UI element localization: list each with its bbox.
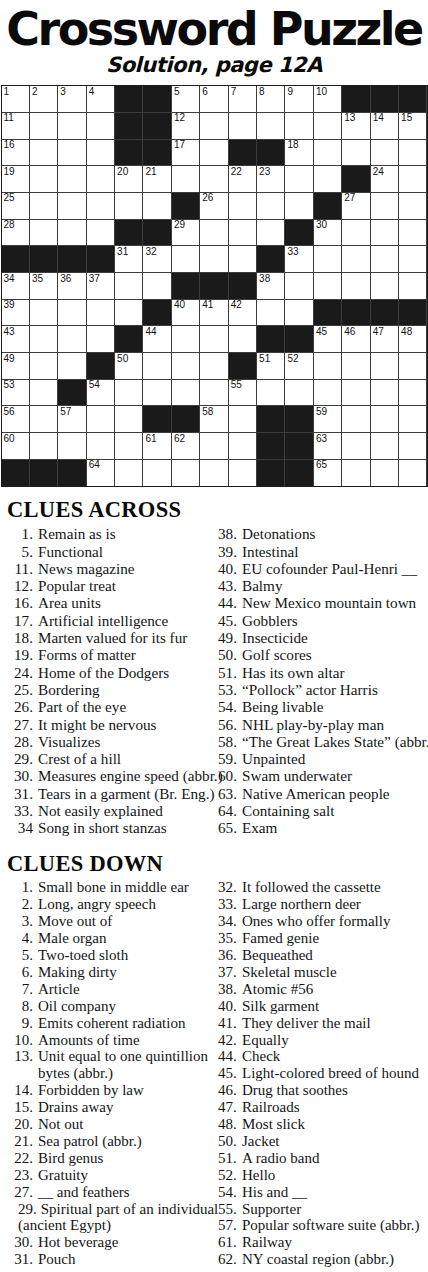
grid-cell[interactable]: 13 bbox=[342, 113, 369, 139]
clue-text: Spiritual part of an individual (ancient… bbox=[18, 1201, 218, 1234]
grid-cell[interactable] bbox=[314, 353, 341, 379]
block-cell bbox=[229, 140, 256, 166]
cell-number: 50 bbox=[117, 354, 128, 365]
cell-number: 59 bbox=[316, 407, 327, 418]
page-subtitle: Solution, page 12A bbox=[0, 55, 428, 76]
grid-cell[interactable] bbox=[30, 380, 57, 406]
grid-cell[interactable]: 40 bbox=[172, 300, 199, 326]
grid-cell[interactable] bbox=[200, 220, 227, 246]
clue-item: 43.Balmy bbox=[218, 577, 428, 594]
cell-number: 41 bbox=[202, 300, 213, 311]
block-cell bbox=[143, 406, 170, 432]
grid-cell[interactable] bbox=[285, 193, 312, 219]
grid-cell[interactable] bbox=[371, 246, 398, 272]
grid-cell[interactable] bbox=[200, 166, 227, 192]
clue-item: 42.Equally bbox=[218, 1032, 428, 1049]
block-cell bbox=[342, 86, 369, 112]
grid-cell[interactable] bbox=[58, 220, 85, 246]
grid-cell[interactable] bbox=[314, 380, 341, 406]
clue-number: 25. bbox=[7, 681, 33, 698]
grid-cell[interactable] bbox=[399, 193, 426, 219]
grid-cell[interactable] bbox=[87, 433, 114, 459]
clue-item: 44.New Mexico mountain town bbox=[218, 594, 428, 611]
grid-cell[interactable]: 27 bbox=[342, 193, 369, 219]
grid-cell[interactable] bbox=[342, 273, 369, 299]
grid-cell[interactable]: 5 bbox=[172, 86, 199, 112]
grid-cell[interactable] bbox=[200, 433, 227, 459]
grid-cell[interactable] bbox=[143, 380, 170, 406]
grid-cell[interactable] bbox=[371, 433, 398, 459]
clue-number: 64. bbox=[218, 802, 237, 819]
cell-number: 49 bbox=[4, 354, 15, 365]
grid-cell[interactable]: 23 bbox=[257, 166, 284, 192]
grid-cell[interactable] bbox=[30, 166, 57, 192]
grid-cell[interactable] bbox=[399, 246, 426, 272]
grid-cell[interactable]: 44 bbox=[143, 326, 170, 352]
clue-item: 51.Has its own altar bbox=[218, 664, 428, 681]
clue-number: 7. bbox=[7, 981, 33, 998]
grid-cell[interactable]: 41 bbox=[200, 300, 227, 326]
grid-cell[interactable] bbox=[200, 246, 227, 272]
clue-text: Home of the Dodgers bbox=[38, 664, 169, 681]
clue-item: 63.Native American people bbox=[218, 785, 428, 802]
grid-cell[interactable] bbox=[342, 406, 369, 432]
clue-text: News magazine bbox=[38, 560, 135, 577]
clue-number: 50. bbox=[218, 646, 237, 663]
cell-number: 32 bbox=[145, 247, 156, 258]
grid-cell[interactable] bbox=[115, 406, 142, 432]
clue-text: Equally bbox=[242, 1032, 289, 1049]
grid-cell[interactable]: 29 bbox=[172, 220, 199, 246]
grid-cell[interactable] bbox=[399, 380, 426, 406]
grid-cell[interactable]: 16 bbox=[2, 140, 29, 166]
clue-item: 33.Not easily explained bbox=[7, 802, 218, 819]
clue-text: Not out bbox=[38, 1116, 83, 1133]
grid-cell[interactable] bbox=[115, 433, 142, 459]
cell-number: 56 bbox=[4, 407, 15, 418]
grid-cell[interactable] bbox=[342, 246, 369, 272]
grid-cell[interactable] bbox=[30, 300, 57, 326]
clue-text: NHL play-by-play man bbox=[242, 716, 384, 733]
grid-cell[interactable] bbox=[399, 353, 426, 379]
grid-cell[interactable] bbox=[115, 273, 142, 299]
grid-cell[interactable] bbox=[371, 380, 398, 406]
grid-cell[interactable] bbox=[87, 300, 114, 326]
grid-cell[interactable]: 14 bbox=[371, 113, 398, 139]
grid-cell[interactable]: 3 bbox=[58, 86, 85, 112]
clue-number: 50. bbox=[218, 1133, 237, 1150]
grid-cell[interactable] bbox=[399, 140, 426, 166]
cell-number: 9 bbox=[287, 87, 293, 98]
clue-number: 60. bbox=[218, 767, 237, 784]
grid-cell[interactable] bbox=[115, 300, 142, 326]
grid-cell[interactable] bbox=[58, 433, 85, 459]
clue-text: Ones who offer formally bbox=[242, 913, 390, 930]
grid-cell[interactable]: 36 bbox=[58, 273, 85, 299]
clue-item: 26.Part of the eye bbox=[7, 698, 218, 715]
clue-number: 53. bbox=[218, 681, 237, 698]
grid-cell[interactable]: 10 bbox=[314, 86, 341, 112]
grid-cell[interactable] bbox=[314, 166, 341, 192]
grid-cell[interactable]: 11 bbox=[2, 113, 29, 139]
clue-number: 31. bbox=[7, 785, 33, 802]
block-cell bbox=[314, 193, 341, 219]
clue-item: 15.Drains away bbox=[7, 1099, 218, 1116]
grid-cell[interactable] bbox=[314, 246, 341, 272]
clue-item: 12.Popular treat bbox=[7, 577, 218, 594]
grid-cell[interactable] bbox=[143, 193, 170, 219]
clue-number: 45. bbox=[218, 1065, 237, 1082]
clue-item: 49.Insecticide bbox=[218, 629, 428, 646]
grid-cell[interactable] bbox=[399, 273, 426, 299]
cell-number: 48 bbox=[401, 327, 412, 338]
clue-number: 18. bbox=[7, 629, 33, 646]
grid-cell[interactable] bbox=[285, 273, 312, 299]
cell-number: 6 bbox=[202, 87, 208, 98]
clue-item: 18.Marten valued for its fur bbox=[7, 629, 218, 646]
grid-cell[interactable]: 59 bbox=[314, 406, 341, 432]
grid-cell[interactable] bbox=[200, 326, 227, 352]
grid-cell[interactable]: 12 bbox=[172, 113, 199, 139]
cell-number: 40 bbox=[174, 300, 185, 311]
grid-cell[interactable]: 7 bbox=[229, 86, 256, 112]
clue-text: Insecticide bbox=[242, 629, 308, 646]
clue-text: Area units bbox=[38, 594, 101, 611]
grid-cell[interactable] bbox=[87, 113, 114, 139]
clue-text: Railroads bbox=[242, 1099, 300, 1116]
grid-cell[interactable] bbox=[30, 193, 57, 219]
grid-cell[interactable]: 19 bbox=[2, 166, 29, 192]
cell-number: 39 bbox=[4, 300, 15, 311]
grid-cell[interactable]: 52 bbox=[285, 353, 312, 379]
grid-cell[interactable]: 20 bbox=[115, 166, 142, 192]
grid-cell[interactable]: 42 bbox=[229, 300, 256, 326]
grid-cell[interactable] bbox=[58, 193, 85, 219]
clue-text: Artificial intelligence bbox=[38, 612, 168, 629]
grid-cell[interactable] bbox=[87, 166, 114, 192]
cell-number: 3 bbox=[60, 87, 66, 98]
clue-item: 30.Hot beverage bbox=[7, 1234, 218, 1251]
grid-cell[interactable] bbox=[342, 380, 369, 406]
grid-cell[interactable] bbox=[229, 246, 256, 272]
clue-item: 40.Silk garment bbox=[218, 998, 428, 1015]
grid-cell[interactable] bbox=[371, 140, 398, 166]
clue-text: “Pollock” actor Harris bbox=[242, 681, 378, 698]
block-cell bbox=[143, 220, 170, 246]
grid-cell[interactable] bbox=[143, 460, 170, 486]
grid-cell[interactable] bbox=[285, 300, 312, 326]
grid-cell[interactable] bbox=[172, 246, 199, 272]
clue-text: “The Great Lakes State” (abbr.) bbox=[242, 733, 428, 750]
grid-cell[interactable]: 43 bbox=[2, 326, 29, 352]
grid-cell[interactable] bbox=[314, 273, 341, 299]
grid-cell[interactable] bbox=[399, 433, 426, 459]
grid-cell[interactable] bbox=[229, 220, 256, 246]
grid-cell[interactable] bbox=[87, 326, 114, 352]
grid-cell[interactable] bbox=[342, 433, 369, 459]
cell-number: 18 bbox=[287, 140, 298, 151]
grid-cell[interactable]: 65 bbox=[314, 460, 341, 486]
grid-cell[interactable]: 9 bbox=[285, 86, 312, 112]
grid-cell[interactable] bbox=[257, 193, 284, 219]
grid-cell[interactable]: 4 bbox=[87, 86, 114, 112]
grid-cell[interactable]: 18 bbox=[285, 140, 312, 166]
cell-number: 61 bbox=[145, 434, 156, 445]
clue-number: 5. bbox=[7, 947, 33, 964]
clue-item: 62.NY coastal region (abbr.) bbox=[218, 1251, 428, 1268]
clue-number: 52. bbox=[218, 1167, 237, 1184]
grid-cell[interactable]: 17 bbox=[172, 140, 199, 166]
clue-number: 58. bbox=[218, 733, 237, 750]
clue-item: 47.Railroads bbox=[218, 1099, 428, 1116]
clue-text: Gobblers bbox=[242, 612, 298, 629]
cell-number: 1 bbox=[4, 87, 10, 98]
grid-cell[interactable] bbox=[58, 166, 85, 192]
grid-cell[interactable]: 61 bbox=[143, 433, 170, 459]
cell-number: 22 bbox=[231, 167, 242, 178]
grid-cell[interactable] bbox=[30, 433, 57, 459]
grid-cell[interactable]: 47 bbox=[371, 326, 398, 352]
clue-text: Measures engine speed (abbr.) bbox=[38, 767, 223, 784]
grid-cell[interactable]: 25 bbox=[2, 193, 29, 219]
clue-item: 17.Artificial intelligence bbox=[7, 612, 218, 629]
grid-cell[interactable] bbox=[172, 380, 199, 406]
grid-cell[interactable] bbox=[229, 193, 256, 219]
grid-cell[interactable] bbox=[143, 273, 170, 299]
grid-cell[interactable]: 33 bbox=[285, 246, 312, 272]
clue-text: Light-colored breed of hound bbox=[242, 1065, 419, 1082]
cell-number: 17 bbox=[174, 140, 185, 151]
grid-cell[interactable]: 46 bbox=[342, 326, 369, 352]
grid-cell[interactable] bbox=[371, 406, 398, 432]
grid-cell[interactable] bbox=[58, 113, 85, 139]
clue-text: Part of the eye bbox=[38, 698, 126, 715]
grid-cell[interactable] bbox=[30, 353, 57, 379]
grid-cell[interactable]: 6 bbox=[200, 86, 227, 112]
clue-text: His and __ bbox=[242, 1184, 307, 1201]
grid-cell[interactable] bbox=[30, 113, 57, 139]
grid-cell[interactable]: 49 bbox=[2, 353, 29, 379]
clue-item: 14.Forbidden by law bbox=[7, 1082, 218, 1099]
block-cell bbox=[257, 140, 284, 166]
grid-cell[interactable]: 38 bbox=[257, 273, 284, 299]
clue-item: 34Song in short stanzas bbox=[7, 819, 218, 836]
grid-cell[interactable]: 55 bbox=[229, 380, 256, 406]
grid-cell[interactable]: 31 bbox=[115, 246, 142, 272]
grid-cell[interactable] bbox=[200, 113, 227, 139]
grid-cell[interactable]: 39 bbox=[2, 300, 29, 326]
grid-cell[interactable] bbox=[30, 220, 57, 246]
clue-text: Being livable bbox=[242, 698, 323, 715]
grid-cell[interactable] bbox=[115, 380, 142, 406]
clue-item: 7.Article bbox=[7, 981, 218, 998]
grid-cell[interactable] bbox=[200, 380, 227, 406]
grid-cell[interactable]: 35 bbox=[30, 273, 57, 299]
grid-cell[interactable] bbox=[314, 140, 341, 166]
block-cell bbox=[115, 113, 142, 139]
grid-cell[interactable]: 26 bbox=[200, 193, 227, 219]
grid-cell[interactable] bbox=[342, 460, 369, 486]
grid-cell[interactable]: 57 bbox=[58, 406, 85, 432]
grid-cell[interactable] bbox=[58, 140, 85, 166]
grid-cell[interactable] bbox=[172, 460, 199, 486]
grid-cell[interactable]: 51 bbox=[257, 353, 284, 379]
block-cell bbox=[371, 86, 398, 112]
clue-text: Oil company bbox=[38, 998, 116, 1015]
grid-cell[interactable] bbox=[285, 166, 312, 192]
cell-number: 65 bbox=[316, 460, 327, 471]
grid-cell[interactable]: 58 bbox=[200, 406, 227, 432]
clue-text: Drains away bbox=[38, 1099, 113, 1116]
crossword-page: { "game": "crossword", "position": "....… bbox=[0, 0, 428, 1272]
grid-cell[interactable] bbox=[229, 113, 256, 139]
grid-cell[interactable]: 15 bbox=[399, 113, 426, 139]
grid-cell[interactable] bbox=[30, 406, 57, 432]
grid-cell[interactable] bbox=[371, 460, 398, 486]
grid-cell[interactable] bbox=[399, 406, 426, 432]
grid-cell[interactable]: 32 bbox=[143, 246, 170, 272]
clue-text: Golf scores bbox=[242, 646, 312, 663]
clue-number: 49. bbox=[218, 629, 237, 646]
grid-cell[interactable] bbox=[229, 460, 256, 486]
grid-cell[interactable]: 34 bbox=[2, 273, 29, 299]
grid-cell[interactable]: 64 bbox=[87, 460, 114, 486]
grid-cell[interactable] bbox=[58, 326, 85, 352]
grid-cell[interactable]: 60 bbox=[2, 433, 29, 459]
grid-cell[interactable] bbox=[58, 300, 85, 326]
block-cell bbox=[257, 406, 284, 432]
grid-cell[interactable]: 50 bbox=[115, 353, 142, 379]
grid-cell[interactable] bbox=[342, 220, 369, 246]
grid-cell[interactable]: 1 bbox=[2, 86, 29, 112]
grid-cell[interactable] bbox=[87, 140, 114, 166]
clue-number: 42. bbox=[218, 1032, 237, 1049]
grid-cell[interactable] bbox=[87, 193, 114, 219]
grid-cell[interactable] bbox=[229, 433, 256, 459]
cell-number: 28 bbox=[4, 220, 15, 231]
grid-cell[interactable] bbox=[200, 460, 227, 486]
clue-item: 38.Detonations bbox=[218, 525, 428, 542]
grid-cell[interactable] bbox=[172, 326, 199, 352]
clue-number: 22. bbox=[7, 1150, 33, 1167]
grid-cell[interactable] bbox=[172, 166, 199, 192]
cell-number: 23 bbox=[259, 167, 270, 178]
clue-number: 27. bbox=[7, 1184, 33, 1201]
clue-text: It might be nervous bbox=[38, 716, 157, 733]
grid-cell[interactable] bbox=[371, 353, 398, 379]
grid-cell[interactable]: 22 bbox=[229, 166, 256, 192]
grid-cell[interactable] bbox=[399, 460, 426, 486]
clue-text: Song in short stanzas bbox=[38, 819, 167, 836]
cell-number: 16 bbox=[4, 140, 15, 151]
grid-cell[interactable] bbox=[143, 353, 170, 379]
grid-cell[interactable] bbox=[229, 326, 256, 352]
clue-number: 39. bbox=[218, 543, 237, 560]
clue-item: 48.Most slick bbox=[218, 1116, 428, 1133]
grid-cell[interactable] bbox=[371, 273, 398, 299]
clue-text: Atomic #56 bbox=[242, 981, 313, 998]
grid-cell[interactable] bbox=[285, 380, 312, 406]
grid-cell[interactable] bbox=[399, 166, 426, 192]
grid-cell[interactable] bbox=[172, 353, 199, 379]
grid-cell[interactable] bbox=[285, 113, 312, 139]
clue-item: 19.Forms of matter bbox=[7, 646, 218, 663]
block-cell bbox=[115, 220, 142, 246]
clue-item: 33.Large northern deer bbox=[218, 896, 428, 913]
clue-number: 14. bbox=[7, 1082, 33, 1099]
grid-cell[interactable]: 30 bbox=[314, 220, 341, 246]
clue-number: 33. bbox=[218, 896, 237, 913]
grid-cell[interactable]: 63 bbox=[314, 433, 341, 459]
block-cell bbox=[115, 86, 142, 112]
clue-item: 39.Intestinal bbox=[218, 543, 428, 560]
grid-cell[interactable] bbox=[342, 140, 369, 166]
grid-cell[interactable]: 37 bbox=[87, 273, 114, 299]
clue-text: Railway bbox=[242, 1234, 292, 1251]
clue-number: 63. bbox=[218, 785, 237, 802]
grid-cell[interactable] bbox=[371, 193, 398, 219]
grid-cell[interactable]: 48 bbox=[399, 326, 426, 352]
grid-cell[interactable] bbox=[115, 193, 142, 219]
grid-cell[interactable] bbox=[30, 140, 57, 166]
grid-cell[interactable] bbox=[342, 353, 369, 379]
clue-item: 55.Supporter bbox=[218, 1201, 428, 1218]
cell-number: 38 bbox=[259, 274, 270, 285]
clue-item: 60.Swam underwater bbox=[218, 767, 428, 784]
cell-number: 26 bbox=[202, 193, 213, 204]
clue-text: Tears in a garment (Br. Eng.) bbox=[38, 785, 215, 802]
grid-cell[interactable] bbox=[115, 460, 142, 486]
grid-cell[interactable]: 21 bbox=[143, 166, 170, 192]
grid-cell[interactable] bbox=[314, 113, 341, 139]
grid-cell[interactable] bbox=[257, 300, 284, 326]
grid-cell[interactable] bbox=[257, 113, 284, 139]
block-cell bbox=[285, 433, 312, 459]
clue-text: Jacket bbox=[242, 1133, 279, 1150]
grid-cell[interactable]: 2 bbox=[30, 86, 57, 112]
grid-cell[interactable] bbox=[87, 406, 114, 432]
clue-text: Popular treat bbox=[38, 577, 116, 594]
grid-cell[interactable]: 62 bbox=[172, 433, 199, 459]
grid-cell[interactable]: 24 bbox=[371, 166, 398, 192]
grid-cell[interactable] bbox=[399, 220, 426, 246]
clue-number: 38. bbox=[218, 981, 237, 998]
grid-cell[interactable]: 53 bbox=[2, 380, 29, 406]
grid-cell[interactable] bbox=[87, 220, 114, 246]
grid-cell[interactable]: 56 bbox=[2, 406, 29, 432]
grid-cell[interactable] bbox=[58, 353, 85, 379]
grid-cell[interactable] bbox=[200, 140, 227, 166]
block-cell bbox=[2, 246, 29, 272]
grid-cell[interactable]: 54 bbox=[87, 380, 114, 406]
clue-number: 6. bbox=[7, 964, 33, 981]
grid-cell[interactable] bbox=[200, 353, 227, 379]
grid-cell[interactable] bbox=[229, 406, 256, 432]
grid-cell[interactable]: 8 bbox=[257, 86, 284, 112]
clue-item: 29.Crest of a hill bbox=[7, 750, 218, 767]
cell-number: 36 bbox=[60, 274, 71, 285]
grid-cell[interactable]: 28 bbox=[2, 220, 29, 246]
grid-cell[interactable]: 45 bbox=[314, 326, 341, 352]
block-cell bbox=[30, 460, 57, 486]
clue-text: Move out of bbox=[38, 913, 112, 930]
grid-cell[interactable] bbox=[257, 220, 284, 246]
clue-item: 27.__ and feathers bbox=[7, 1184, 218, 1201]
grid-cell[interactable] bbox=[30, 326, 57, 352]
grid-cell[interactable] bbox=[257, 380, 284, 406]
block-cell bbox=[285, 406, 312, 432]
grid-cell[interactable] bbox=[371, 220, 398, 246]
